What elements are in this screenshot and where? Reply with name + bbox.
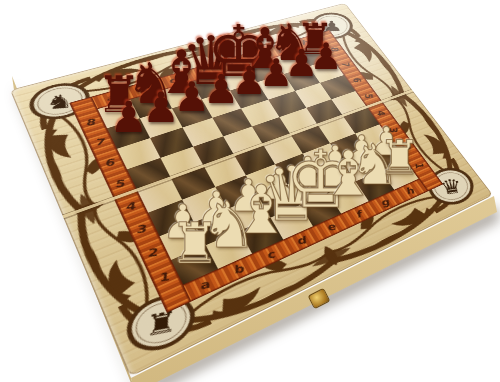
file-label-bottom-f: f (356, 209, 362, 219)
file-label-bottom-b: b (234, 263, 244, 276)
file-label-bottom-e: e (327, 221, 336, 232)
rank-label-left-5: 5 (115, 179, 126, 190)
file-label-top-c: c (170, 76, 178, 84)
file-label-top-f: f (254, 53, 259, 60)
rank-label-right-3: 3 (388, 127, 399, 133)
file-label-top-e: e (226, 60, 234, 67)
file-label-bottom-a: a (200, 278, 210, 291)
file-label-bottom-d: d (298, 234, 308, 245)
file-label-top-b: b (138, 85, 148, 93)
rank-label-left-7: 7 (95, 137, 106, 147)
rank-label-right-5: 5 (363, 94, 374, 100)
rank-label-left-2: 2 (148, 247, 159, 259)
rank-label-right-7: 7 (340, 62, 351, 67)
rank-label-right-8: 8 (329, 47, 339, 52)
file-label-top-h: h (302, 39, 310, 46)
rank-label-left-8: 8 (86, 117, 97, 126)
rank-label-left-6: 6 (105, 158, 116, 168)
file-label-bottom-c: c (268, 248, 277, 260)
file-label-top-a: a (106, 94, 116, 103)
file-label-bottom-g: g (381, 197, 391, 207)
file-label-top-g: g (278, 46, 286, 53)
rank-label-right-2: 2 (401, 145, 412, 151)
file-label-top-d: d (198, 68, 207, 76)
rank-label-right-4: 4 (376, 110, 387, 116)
rank-label-left-1: 1 (159, 271, 171, 284)
rank-label-left-4: 4 (125, 200, 136, 211)
rank-label-right-6: 6 (352, 78, 363, 83)
rank-label-left-3: 3 (136, 223, 147, 235)
chess-set-photo: ♞ ♟ ♛ ♜ aabbccddeeffgghh8877665544332 (0, 0, 500, 382)
